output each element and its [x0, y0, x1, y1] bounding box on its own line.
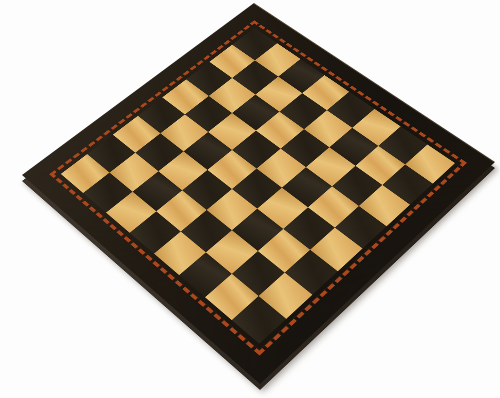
product-photo-background — [0, 0, 500, 398]
playing-area — [61, 28, 455, 344]
chess-board — [22, 3, 495, 384]
